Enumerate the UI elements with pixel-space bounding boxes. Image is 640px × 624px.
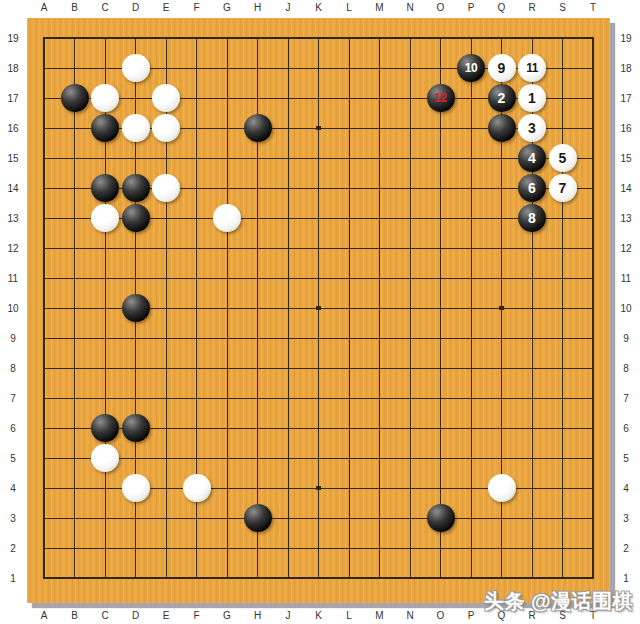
row-label-left-11: 11 [8,273,18,284]
row-label-right-6: 6 [623,423,629,434]
stone-black-d6 [122,414,150,442]
row-label-left-1: 1 [10,573,16,584]
stone-black-b17 [61,84,89,112]
row-label-right-19: 19 [620,33,631,44]
move-10-stone-black-p18: 10 [457,54,485,82]
row-label-right-9: 9 [623,333,629,344]
move-number-3: 3 [528,121,536,135]
move-1-stone-white-r17: 1 [518,84,546,112]
col-label-top-F: F [193,2,199,13]
move-number-11: 11 [526,62,538,74]
col-label-top-O: O [437,2,445,13]
row-label-left-4: 4 [10,483,16,494]
col-label-top-L: L [346,2,352,13]
move-number-7: 7 [559,181,567,195]
stone-white-g13 [213,204,241,232]
col-label-bottom-G: G [223,610,231,621]
row-label-right-11: 11 [621,273,631,284]
move-7-stone-white-s14: 7 [549,174,577,202]
col-label-bottom-J: J [286,610,291,621]
row-label-left-7: 7 [10,393,16,404]
row-label-right-15: 15 [620,153,631,164]
stone-black-h16 [244,114,272,142]
move-number-10: 10 [465,62,477,74]
stone-black-c14 [91,174,119,202]
watermark-text: 头条 @漫话围棋 [484,588,633,615]
move-12-stone-black-o17: 12 [427,84,455,112]
row-label-left-18: 18 [7,63,18,74]
row-label-left-9: 9 [10,333,16,344]
col-label-bottom-P: P [468,610,475,621]
move-number-12: 12 [434,92,446,104]
move-number-9: 9 [498,61,506,75]
stone-black-o3 [427,504,455,532]
col-label-bottom-L: L [346,610,352,621]
row-label-right-13: 13 [620,213,631,224]
stone-black-d10 [122,294,150,322]
move-number-8: 8 [528,211,536,225]
row-label-left-8: 8 [10,363,16,374]
col-label-top-J: J [286,2,291,13]
row-label-right-3: 3 [623,513,629,524]
col-label-top-K: K [315,2,322,13]
col-label-bottom-A: A [41,610,48,621]
row-label-left-5: 5 [10,453,16,464]
col-label-top-Q: Q [498,2,506,13]
col-label-top-G: G [223,2,231,13]
row-label-right-18: 18 [620,63,631,74]
go-board: 123456789101112 [27,18,610,603]
go-diagram-page: 123456789101112 头条 @漫话围棋 AABBCCDDEEFFGGH… [0,0,640,624]
stone-white-d18 [122,54,150,82]
row-label-left-17: 17 [7,93,18,104]
row-label-left-19: 19 [7,33,18,44]
stone-white-e14 [152,174,180,202]
col-label-top-D: D [132,2,139,13]
row-label-right-1: 1 [623,573,629,584]
row-label-left-13: 13 [7,213,18,224]
col-label-top-R: R [528,2,535,13]
col-label-top-H: H [254,2,261,13]
stone-white-e17 [152,84,180,112]
move-2-stone-black-q17: 2 [488,84,516,112]
col-label-bottom-D: D [132,610,139,621]
stone-white-d16 [122,114,150,142]
move-11-stone-white-r18: 11 [518,54,546,82]
col-label-top-E: E [163,2,170,13]
move-4-stone-black-r15: 4 [518,144,546,172]
row-label-left-15: 15 [7,153,18,164]
row-label-left-12: 12 [7,243,18,254]
row-label-right-8: 8 [623,363,629,374]
row-label-left-10: 10 [7,303,18,314]
row-label-right-7: 7 [623,393,629,404]
row-label-right-4: 4 [623,483,629,494]
stone-white-c5 [91,444,119,472]
stone-black-c16 [91,114,119,142]
move-6-stone-black-r14: 6 [518,174,546,202]
stone-white-c17 [91,84,119,112]
move-number-4: 4 [528,151,536,165]
row-label-right-17: 17 [620,93,631,104]
move-9-stone-white-q18: 9 [488,54,516,82]
row-label-right-14: 14 [620,183,631,194]
col-label-bottom-E: E [163,610,170,621]
col-label-bottom-H: H [254,610,261,621]
row-label-right-2: 2 [623,543,629,554]
row-label-right-12: 12 [620,243,631,254]
stone-black-h3 [244,504,272,532]
stone-black-q16 [488,114,516,142]
col-label-top-C: C [101,2,108,13]
row-label-right-16: 16 [620,123,631,134]
move-number-6: 6 [528,181,536,195]
move-number-2: 2 [498,91,506,105]
stone-black-d14 [122,174,150,202]
row-label-left-6: 6 [10,423,16,434]
move-number-1: 1 [528,91,536,105]
col-label-bottom-N: N [406,610,413,621]
col-label-top-M: M [375,2,383,13]
stone-white-q4 [488,474,516,502]
col-label-bottom-M: M [375,610,383,621]
row-label-right-5: 5 [623,453,629,464]
stone-white-d4 [122,474,150,502]
col-label-bottom-B: B [71,610,78,621]
stone-black-d13 [122,204,150,232]
col-label-top-N: N [406,2,413,13]
stone-white-c13 [91,204,119,232]
stone-white-e16 [152,114,180,142]
col-label-top-A: A [41,2,48,13]
move-3-stone-white-r16: 3 [518,114,546,142]
move-5-stone-white-s15: 5 [549,144,577,172]
stone-layer: 123456789101112 [29,23,609,593]
row-label-right-10: 10 [620,303,631,314]
move-8-stone-black-r13: 8 [518,204,546,232]
col-label-bottom-F: F [193,610,199,621]
move-number-5: 5 [559,151,567,165]
stone-white-f4 [183,474,211,502]
col-label-bottom-K: K [315,610,322,621]
col-label-top-B: B [71,2,78,13]
row-label-left-2: 2 [10,543,16,554]
row-label-left-14: 14 [7,183,18,194]
col-label-bottom-C: C [101,610,108,621]
row-label-left-3: 3 [10,513,16,524]
col-label-top-P: P [468,2,475,13]
col-label-top-S: S [559,2,566,13]
col-label-bottom-O: O [437,610,445,621]
col-label-top-T: T [590,2,596,13]
stone-black-c6 [91,414,119,442]
row-label-left-16: 16 [7,123,18,134]
